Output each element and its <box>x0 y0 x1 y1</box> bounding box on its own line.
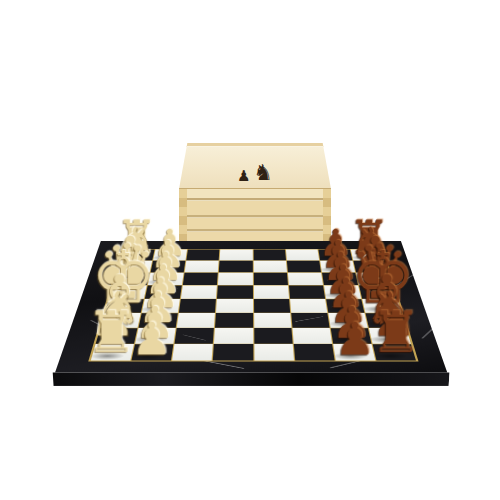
square <box>253 286 288 299</box>
square <box>254 313 291 328</box>
square: ♜ <box>373 344 416 360</box>
board-side-edge <box>53 372 450 386</box>
square <box>289 286 325 299</box>
square <box>253 249 285 260</box>
square <box>253 273 287 285</box>
square <box>219 261 252 273</box>
board-grid: ♜♟♟♜♞♟♟♞♝♟♟♝♛♟♟♛♚♟♟♚♝♟♟♝♞♟♟♞♜♟♟♜ <box>88 249 418 362</box>
chess-board: ♜♟♟♜♞♟♟♞♝♟♟♝♛♟♟♛♚♟♟♚♝♟♟♝♞♟♟♞♜♟♟♜ <box>55 241 447 372</box>
square <box>218 273 252 285</box>
square <box>215 313 252 328</box>
square <box>220 249 252 260</box>
square <box>216 299 252 313</box>
square <box>254 299 290 313</box>
square <box>293 344 334 360</box>
square: ♟ <box>333 344 375 360</box>
square <box>214 328 252 343</box>
piece-white-pawn: ♟ <box>131 317 171 360</box>
board-scene: ♜♟♟♜♞♟♟♞♝♟♟♝♛♟♟♛♚♟♟♚♝♟♟♝♞♟♟♞♜♟♟♜ <box>0 0 500 500</box>
piece-white-rook: ♜ <box>85 307 136 361</box>
square <box>181 286 217 299</box>
square <box>286 249 319 260</box>
square <box>254 344 294 360</box>
square <box>185 261 219 273</box>
square <box>291 313 329 328</box>
square: ♜ <box>91 344 134 360</box>
square <box>172 344 213 360</box>
square <box>287 261 321 273</box>
square <box>175 328 215 343</box>
square <box>253 261 286 273</box>
product-photo-stage: ♟ ♞ ♜♟♟♜♞♟♟♞♝♟♟♝♛♟♟♛♚♟♟♚♝♟♟♝♞♟♟♞♜♟♟♜ <box>0 0 500 500</box>
square <box>183 273 218 285</box>
square <box>187 249 220 260</box>
square <box>213 344 253 360</box>
square: ♟ <box>132 344 174 360</box>
square <box>254 328 293 343</box>
square <box>292 328 332 343</box>
marble-vein <box>421 323 439 338</box>
square <box>177 313 215 328</box>
square <box>290 299 327 313</box>
piece-black-rook: ♜ <box>371 307 422 361</box>
square <box>288 273 323 285</box>
square <box>179 299 216 313</box>
square <box>217 286 252 299</box>
